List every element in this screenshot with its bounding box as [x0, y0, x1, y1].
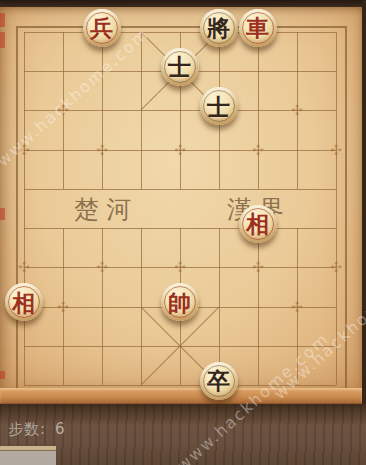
piece-character: 帥 — [168, 291, 191, 314]
piece-red-elephant[interactable]: 相 — [239, 205, 277, 243]
piece-red-soldier[interactable]: 兵 — [83, 9, 121, 47]
piece-red-chariot[interactable]: 車 — [239, 9, 277, 47]
corner-gray-box — [0, 451, 56, 465]
move-count-value: 6 — [55, 420, 66, 438]
piece-black-general[interactable]: 將 — [200, 9, 238, 47]
xiangqi-board[interactable]: 楚河 漢界 ✣✣✣✣✣✣✣✣✣✣✣✣✣✣ 兵將車士士相相帥卒 — [0, 7, 362, 388]
pieces-grid: 兵將車士士相相帥卒 — [4, 8, 355, 400]
move-count-label: 步数: — [8, 420, 46, 438]
piece-character: 相 — [246, 212, 269, 235]
piece-black-soldier[interactable]: 卒 — [200, 362, 238, 400]
piece-black-advisor[interactable]: 士 — [161, 48, 199, 86]
piece-character: 士 — [168, 55, 191, 78]
piece-character: 車 — [246, 16, 269, 39]
xiangqi-app-screen: 楚河 漢界 ✣✣✣✣✣✣✣✣✣✣✣✣✣✣ 兵將車士士相相帥卒 www.hackh… — [0, 0, 366, 465]
piece-character: 相 — [12, 291, 35, 314]
right-dark-strip — [362, 0, 366, 404]
status-bar: 步数:6 — [8, 420, 66, 439]
piece-character: 士 — [207, 95, 230, 118]
piece-character: 將 — [207, 16, 230, 39]
piece-red-elephant[interactable]: 相 — [5, 283, 43, 321]
top-dark-strip — [0, 0, 366, 7]
piece-black-advisor[interactable]: 士 — [200, 87, 238, 125]
piece-character: 兵 — [90, 16, 113, 39]
piece-character: 卒 — [207, 369, 230, 392]
piece-red-general[interactable]: 帥 — [161, 283, 199, 321]
